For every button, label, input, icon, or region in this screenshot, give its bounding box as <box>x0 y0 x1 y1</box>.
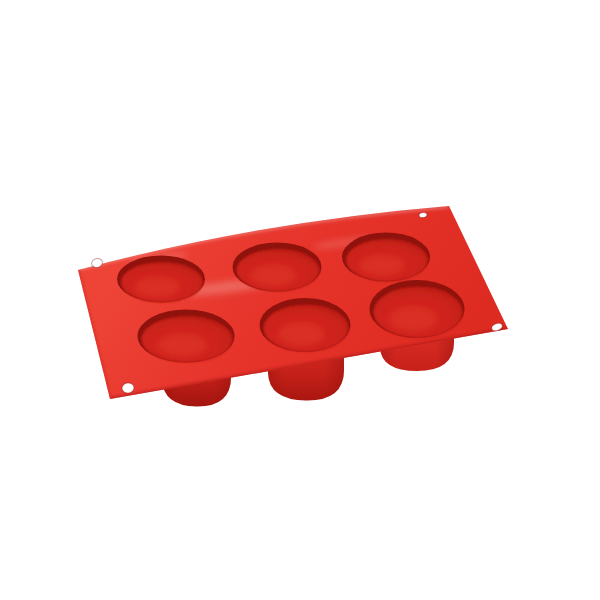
mold-cup-front-right <box>370 280 465 338</box>
mold-cup-front-center <box>260 298 351 352</box>
mold-cup-front-left <box>138 310 235 363</box>
mold-cup-back-right <box>342 233 430 282</box>
product-photo <box>0 0 600 600</box>
mold-cup-back-center <box>233 243 322 292</box>
muffin-mold <box>0 0 600 600</box>
mold-cup-back-left <box>117 256 205 303</box>
